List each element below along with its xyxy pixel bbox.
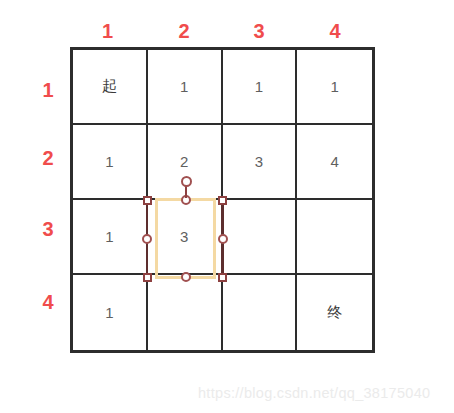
row-label-4: 4 xyxy=(33,290,63,314)
row-label-3: 3 xyxy=(33,217,63,241)
cell-r2c1[interactable]: 1 xyxy=(73,125,148,200)
col-label-4: 4 xyxy=(320,19,350,43)
rotate-handle-icon[interactable] xyxy=(181,176,192,187)
rotate-handle-stem xyxy=(185,186,187,198)
cell-r3c1[interactable]: 1 xyxy=(73,200,148,275)
resize-handle-e-icon[interactable] xyxy=(218,234,228,244)
cell-r3c3[interactable] xyxy=(223,200,298,275)
resize-handle-w-icon[interactable] xyxy=(142,234,152,244)
cell-r1c3[interactable]: 1 xyxy=(223,50,298,125)
cell-r4c4-end[interactable]: 终 xyxy=(297,275,372,350)
cell-r1c2[interactable]: 1 xyxy=(148,50,223,125)
col-label-1: 1 xyxy=(93,19,123,43)
resize-handle-sw-icon[interactable] xyxy=(143,273,152,282)
cell-r1c1-start[interactable]: 起 xyxy=(73,50,148,125)
selection-rectangle[interactable] xyxy=(155,198,216,279)
page: 1 2 3 4 1 2 3 4 起 1 1 1 1 2 3 4 1 3 1 终 … xyxy=(0,0,454,413)
cell-r4c2[interactable] xyxy=(148,275,223,350)
row-label-2: 2 xyxy=(33,146,63,170)
cell-r2c3[interactable]: 3 xyxy=(223,125,298,200)
cell-r1c4[interactable]: 1 xyxy=(297,50,372,125)
resize-handle-nw-icon[interactable] xyxy=(143,196,152,205)
resize-handle-se-icon[interactable] xyxy=(218,273,227,282)
cell-r4c1[interactable]: 1 xyxy=(73,275,148,350)
cell-r2c4[interactable]: 4 xyxy=(297,125,372,200)
resize-handle-s-icon[interactable] xyxy=(181,272,191,282)
col-label-3: 3 xyxy=(244,19,274,43)
cell-r3c4[interactable] xyxy=(297,200,372,275)
row-label-1: 1 xyxy=(33,78,63,102)
watermark-url: https://blog.csdn.net/qq_38175040 xyxy=(198,385,430,401)
col-label-2: 2 xyxy=(169,19,199,43)
cell-r4c3[interactable] xyxy=(223,275,298,350)
resize-handle-ne-icon[interactable] xyxy=(218,196,227,205)
